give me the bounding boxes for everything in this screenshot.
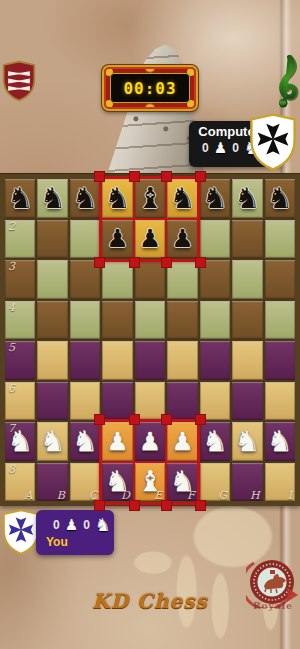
square-c7[interactable]: ♞ <box>70 422 100 461</box>
square-h5[interactable] <box>232 341 262 380</box>
square-g4[interactable] <box>200 301 230 340</box>
file-label: H <box>250 489 260 502</box>
piece-white-knight[interactable]: ♞ <box>267 427 293 456</box>
square-b4[interactable] <box>37 301 67 340</box>
square-b3[interactable] <box>37 260 67 299</box>
file-label: A <box>24 489 32 502</box>
square-f4[interactable] <box>167 301 197 340</box>
square-i7[interactable]: ♞ <box>265 422 295 461</box>
piece-white-knight[interactable]: ♞ <box>105 467 131 496</box>
square-c6[interactable] <box>70 382 100 421</box>
square-d1[interactable]: ♞ <box>102 179 132 218</box>
rank-label: 4 <box>8 301 15 314</box>
timer-display: 00:03 <box>110 73 190 103</box>
square-c8[interactable]: C <box>70 463 100 502</box>
rank-label: 8 <box>8 463 15 476</box>
square-h1[interactable]: ♞ <box>232 179 262 218</box>
you-panel: 0 ♟ 0 ♞ You <box>36 510 114 555</box>
piece-black-knight[interactable]: ♞ <box>267 184 293 213</box>
app-screen: 00:03 Computer 0 ♟ 0 ♞ <box>0 0 300 649</box>
square-b8[interactable]: B <box>37 463 67 502</box>
file-label: I <box>288 489 292 502</box>
captured-pawn-count: 0 <box>202 141 209 155</box>
piece-white-bishop[interactable]: ♝ <box>137 467 163 496</box>
square-e3[interactable] <box>135 260 165 299</box>
you-shield-badge <box>2 505 40 559</box>
piece-black-knight[interactable]: ♞ <box>169 184 195 213</box>
square-i6[interactable] <box>265 382 295 421</box>
computer-shield-badge <box>249 112 297 172</box>
piece-black-knight[interactable]: ♞ <box>40 184 66 213</box>
square-a3[interactable]: 3 <box>5 260 35 299</box>
piece-white-pawn[interactable]: ♟ <box>171 429 193 454</box>
music-toggle-treble-clef-icon[interactable] <box>277 55 300 113</box>
red-shield-badge <box>2 54 36 108</box>
board-grid: ♞♞♞♞♝♞♞♞♞2♟♟♟3456♞7♞♞♟♟♟♞♞♞8ABC♞D♝E♞FGHI <box>5 179 295 501</box>
timer: 00:03 <box>102 65 198 111</box>
square-e8[interactable]: ♝E <box>135 463 165 502</box>
pawn-icon: ♟ <box>214 141 227 156</box>
square-b2[interactable] <box>37 220 67 259</box>
square-b7[interactable]: ♞ <box>37 422 67 461</box>
square-h8[interactable]: H <box>232 463 262 502</box>
square-g1[interactable]: ♞ <box>200 179 230 218</box>
square-c3[interactable] <box>70 260 100 299</box>
square-a2[interactable]: 2 <box>5 220 35 259</box>
square-i5[interactable] <box>265 341 295 380</box>
square-h3[interactable] <box>232 260 262 299</box>
square-g8[interactable]: G <box>200 463 230 502</box>
square-f3[interactable] <box>167 260 197 299</box>
square-f2[interactable]: ♟ <box>167 220 197 259</box>
square-a4[interactable]: 4 <box>5 301 35 340</box>
pawn-icon: ♟ <box>65 518 78 533</box>
captured-pawn-count: 0 <box>53 518 60 532</box>
piece-white-knight[interactable]: ♞ <box>40 427 66 456</box>
square-f7[interactable]: ♟ <box>167 422 197 461</box>
square-g6[interactable] <box>200 382 230 421</box>
square-f5[interactable] <box>167 341 197 380</box>
square-b5[interactable] <box>37 341 67 380</box>
piece-black-pawn[interactable]: ♟ <box>106 226 128 251</box>
square-a6[interactable]: 6 <box>5 382 35 421</box>
square-a7[interactable]: ♞7 <box>5 422 35 461</box>
square-h7[interactable]: ♞ <box>232 422 262 461</box>
square-e1[interactable]: ♝ <box>135 179 165 218</box>
seal-caption: Royale <box>250 601 296 611</box>
square-h6[interactable] <box>232 382 262 421</box>
piece-black-knight[interactable]: ♞ <box>202 184 228 213</box>
piece-white-knight[interactable]: ♞ <box>234 427 260 456</box>
piece-black-knight[interactable]: ♞ <box>7 184 33 213</box>
square-d6[interactable] <box>102 382 132 421</box>
square-i2[interactable] <box>265 220 295 259</box>
square-d2[interactable]: ♟ <box>102 220 132 259</box>
square-g3[interactable] <box>200 260 230 299</box>
square-e7[interactable]: ♟ <box>135 422 165 461</box>
square-i3[interactable] <box>265 260 295 299</box>
square-f8[interactable]: ♞F <box>167 463 197 502</box>
square-d5[interactable] <box>102 341 132 380</box>
square-d4[interactable] <box>102 301 132 340</box>
rank-label: 5 <box>8 341 15 354</box>
timer-value: 00:03 <box>123 79 176 98</box>
rank-label: 2 <box>8 220 15 233</box>
square-e2[interactable]: ♟ <box>135 220 165 259</box>
rank-label: 6 <box>8 382 15 395</box>
square-g2[interactable] <box>200 220 230 259</box>
square-c5[interactable] <box>70 341 100 380</box>
you-captured-row: 0 ♟ 0 ♞ <box>36 516 114 534</box>
rank-label: 3 <box>8 260 15 273</box>
square-a5[interactable]: 5 <box>5 341 35 380</box>
piece-white-knight[interactable]: ♞ <box>202 427 228 456</box>
square-d3[interactable] <box>102 260 132 299</box>
chess-board: ♞♞♞♞♝♞♞♞♞2♟♟♟3456♞7♞♞♟♟♟♞♞♞8ABC♞D♝E♞FGHI <box>0 174 300 506</box>
square-c1[interactable]: ♞ <box>70 179 100 218</box>
square-e6[interactable] <box>135 382 165 421</box>
piece-white-pawn[interactable]: ♟ <box>139 429 161 454</box>
square-b1[interactable]: ♞ <box>37 179 67 218</box>
square-i1[interactable]: ♞ <box>265 179 295 218</box>
file-label: G <box>218 489 227 502</box>
square-a1[interactable]: ♞ <box>5 179 35 218</box>
piece-white-knight[interactable]: ♞ <box>72 427 98 456</box>
square-e5[interactable] <box>135 341 165 380</box>
piece-black-knight[interactable]: ♞ <box>72 184 98 213</box>
square-g7[interactable]: ♞ <box>200 422 230 461</box>
square-h2[interactable] <box>232 220 262 259</box>
square-g5[interactable] <box>200 341 230 380</box>
square-b6[interactable] <box>37 382 67 421</box>
piece-white-knight[interactable]: ♞ <box>7 427 33 456</box>
square-i8[interactable]: I <box>265 463 295 502</box>
file-label: B <box>57 489 65 502</box>
square-c4[interactable] <box>70 301 100 340</box>
square-a8[interactable]: 8A <box>5 463 35 502</box>
piece-black-pawn[interactable]: ♟ <box>171 226 193 251</box>
square-h4[interactable] <box>232 301 262 340</box>
piece-black-bishop[interactable]: ♝ <box>137 184 163 213</box>
piece-white-knight[interactable]: ♞ <box>169 467 195 496</box>
square-i4[interactable] <box>265 301 295 340</box>
file-label: C <box>89 489 97 502</box>
square-f6[interactable] <box>167 382 197 421</box>
you-name: You <box>36 535 114 549</box>
piece-white-pawn[interactable]: ♟ <box>106 429 128 454</box>
square-d8[interactable]: ♞D <box>102 463 132 502</box>
square-c2[interactable] <box>70 220 100 259</box>
captured-knight-count: 0 <box>83 518 90 532</box>
captured-knight-count: 0 <box>232 141 239 155</box>
square-d7[interactable]: ♟ <box>102 422 132 461</box>
square-f1[interactable]: ♞ <box>167 179 197 218</box>
piece-black-knight[interactable]: ♞ <box>234 184 260 213</box>
knight-icon: ♞ <box>95 516 111 534</box>
piece-black-pawn[interactable]: ♟ <box>139 226 161 251</box>
piece-black-knight[interactable]: ♞ <box>105 184 131 213</box>
square-e4[interactable] <box>135 301 165 340</box>
